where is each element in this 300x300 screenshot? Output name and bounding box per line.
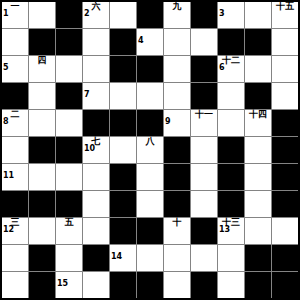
black-cell-r6c4 [110,164,136,190]
cell-r4c8[interactable] [218,110,244,136]
across-clue-number: 8 [3,117,9,126]
black-cell-r4c3 [83,110,109,136]
cell-r0c3[interactable]: 六2 [83,2,109,28]
cell-r10c2[interactable]: 15 [56,272,82,298]
black-cell-r5c6 [164,137,190,163]
cell-r0c9[interactable] [245,2,271,28]
black-cell-r7c4 [110,191,136,217]
black-cell-r8c4 [110,218,136,244]
black-cell-r3c7 [191,83,217,109]
cell-r1c3[interactable] [83,29,109,55]
cell-r2c1[interactable]: 四 [29,56,55,82]
black-cell-r9c3 [83,245,109,271]
cell-r1c10[interactable] [272,29,298,55]
cell-r9c6[interactable] [164,245,190,271]
cell-r4c1[interactable] [29,110,55,136]
cell-r6c0[interactable]: 11 [2,164,28,190]
black-cell-r9c1 [29,245,55,271]
across-clue-number: 15 [57,279,68,288]
cell-r10c3[interactable] [83,272,109,298]
cell-r1c0[interactable] [2,29,28,55]
cell-r7c7[interactable] [191,191,217,217]
black-cell-r10c7 [191,272,217,298]
cell-r4c2[interactable] [56,110,82,136]
black-cell-r10c4 [110,272,136,298]
black-cell-r9c9 [245,245,271,271]
black-cell-r7c10 [272,191,298,217]
black-cell-r5c2 [56,137,82,163]
across-clue-number: 10 [84,144,95,153]
cell-r4c6[interactable]: 9 [164,110,190,136]
cell-r2c6[interactable] [164,56,190,82]
cell-r3c3[interactable]: 7 [83,83,109,109]
across-clue-number: 2 [84,9,90,18]
cell-r2c2[interactable] [56,56,82,82]
cell-r7c3[interactable] [83,191,109,217]
cell-r6c7[interactable] [191,164,217,190]
across-clue-number: 13 [219,225,230,234]
cell-r3c1[interactable] [29,83,55,109]
cell-r5c7[interactable] [191,137,217,163]
cell-r9c8[interactable] [218,245,244,271]
down-clue-number: 八 [137,136,163,146]
black-cell-r10c10 [272,272,298,298]
black-cell-r3c9 [245,83,271,109]
cell-r2c9[interactable] [245,56,271,82]
across-clue-number: 7 [84,90,90,99]
black-cell-r8c7 [191,218,217,244]
black-cell-r6c6 [164,164,190,190]
black-cell-r2c5 [137,56,163,82]
black-cell-r1c8 [218,29,244,55]
black-cell-r5c10 [272,137,298,163]
cell-r9c4[interactable]: 14 [110,245,136,271]
black-cell-r0c7 [191,2,217,28]
cell-r0c6[interactable]: 九 [164,2,190,28]
black-cell-r3c0 [2,83,28,109]
black-cell-r1c1 [29,29,55,55]
cell-r10c0[interactable] [2,272,28,298]
black-cell-r2c4 [110,56,136,82]
black-cell-r9c10 [272,245,298,271]
cell-r7c5[interactable] [137,191,163,217]
down-clue-number: 十 [164,217,190,227]
crossword-board: 一1六2九3十五45四十二67二89十一十四七10八11三12五十十三13141… [0,0,300,300]
across-clue-number: 11 [3,171,14,180]
across-clue-number: 6 [219,63,225,72]
cell-r6c9[interactable] [245,164,271,190]
cell-r10c8[interactable] [218,272,244,298]
cell-r5c5[interactable]: 八 [137,137,163,163]
down-clue-number: 十一 [191,109,217,119]
black-cell-r0c2 [56,2,82,28]
cell-r5c3[interactable]: 七10 [83,137,109,163]
black-cell-r7c1 [29,191,55,217]
cell-r9c2[interactable] [56,245,82,271]
across-clue-number: 12 [3,225,14,234]
black-cell-r6c10 [272,164,298,190]
cell-r6c2[interactable] [56,164,82,190]
cell-r6c3[interactable] [83,164,109,190]
cell-r8c9[interactable] [245,218,271,244]
black-cell-r8c5 [137,218,163,244]
cell-r0c0[interactable]: 一1 [2,2,28,28]
cell-r2c8[interactable]: 十二6 [218,56,244,82]
cell-r9c7[interactable] [191,245,217,271]
cell-r0c10[interactable]: 十五 [272,2,298,28]
cell-r5c0[interactable] [2,137,28,163]
cell-r7c9[interactable] [245,191,271,217]
cell-r9c0[interactable] [2,245,28,271]
cell-r2c0[interactable]: 5 [2,56,28,82]
cell-r6c1[interactable] [29,164,55,190]
across-clue-number: 1 [3,9,9,18]
cell-r1c6[interactable] [164,29,190,55]
down-clue-number: 四 [29,55,55,65]
cell-r4c9[interactable]: 十四 [245,110,271,136]
cell-r4c7[interactable]: 十一 [191,110,217,136]
black-cell-r1c2 [56,29,82,55]
cell-r8c6[interactable]: 十 [164,218,190,244]
cell-r5c9[interactable] [245,137,271,163]
down-clue-number: 十五 [272,1,298,11]
cell-r1c5[interactable]: 4 [137,29,163,55]
cell-r0c8[interactable]: 3 [218,2,244,28]
cell-r2c10[interactable] [272,56,298,82]
cell-r8c10[interactable] [272,218,298,244]
down-clue-number: 五 [56,217,82,227]
black-cell-r5c8 [218,137,244,163]
cell-r2c3[interactable] [83,56,109,82]
cell-r10c6[interactable] [164,272,190,298]
cell-r3c4[interactable] [110,83,136,109]
cell-r1c7[interactable] [191,29,217,55]
black-cell-r1c4 [110,29,136,55]
cell-r8c1[interactable] [29,218,55,244]
cell-r6c5[interactable] [137,164,163,190]
black-cell-r3c2 [56,83,82,109]
across-clue-number: 9 [165,117,171,126]
cell-r3c6[interactable] [164,83,190,109]
black-cell-r10c9 [245,272,271,298]
across-clue-number: 14 [111,252,122,261]
cell-r5c4[interactable] [110,137,136,163]
down-clue-number: 十四 [245,109,271,119]
cell-r3c8[interactable] [218,83,244,109]
black-cell-r10c5 [137,272,163,298]
black-cell-r4c5 [137,110,163,136]
across-clue-number: 3 [219,9,225,18]
black-cell-r7c8 [218,191,244,217]
black-cell-r2c7 [191,56,217,82]
cell-r8c2[interactable]: 五 [56,218,82,244]
cell-r8c0[interactable]: 三12 [2,218,28,244]
cell-r3c5[interactable] [137,83,163,109]
black-cell-r4c4 [110,110,136,136]
black-cell-r0c5 [137,2,163,28]
black-cell-r4c10 [272,110,298,136]
cell-r3c10[interactable] [272,83,298,109]
across-clue-number: 5 [3,63,9,72]
cell-r9c5[interactable] [137,245,163,271]
cell-r0c1[interactable] [29,2,55,28]
cell-r0c4[interactable] [110,2,136,28]
black-cell-r6c8 [218,164,244,190]
across-clue-number: 4 [138,36,144,45]
cell-r4c0[interactable]: 二8 [2,110,28,136]
cell-r8c8[interactable]: 十三13 [218,218,244,244]
black-cell-r7c0 [2,191,28,217]
black-cell-r10c1 [29,272,55,298]
black-cell-r5c1 [29,137,55,163]
black-cell-r7c6 [164,191,190,217]
down-clue-number: 九 [164,1,190,11]
black-cell-r7c2 [56,191,82,217]
cell-r8c3[interactable] [83,218,109,244]
black-cell-r1c9 [245,29,271,55]
